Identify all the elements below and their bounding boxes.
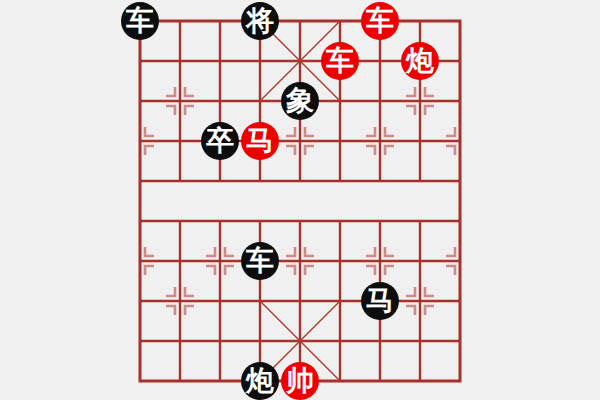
piece-black-chariot[interactable]: 车 [121,2,159,40]
piece-black-elephant[interactable]: 象 [281,82,319,120]
piece-red-general[interactable]: 帅 [281,362,319,400]
piece-black-cannon[interactable]: 炮 [241,362,279,400]
piece-black-pawn[interactable]: 卒 [201,122,239,160]
xiangqi-board-diagram: 车将车车炮象卒马车马炮帅 [0,0,600,400]
piece-red-chariot[interactable]: 车 [321,42,359,80]
board-grid[interactable]: 车将车车炮象卒马车马炮帅 [120,1,480,400]
piece-red-chariot[interactable]: 车 [361,2,399,40]
piece-black-chariot[interactable]: 车 [241,242,279,280]
piece-black-general[interactable]: 将 [241,2,279,40]
piece-red-cannon[interactable]: 炮 [401,42,439,80]
piece-black-horse[interactable]: 马 [361,282,399,320]
piece-red-horse[interactable]: 马 [241,122,279,160]
